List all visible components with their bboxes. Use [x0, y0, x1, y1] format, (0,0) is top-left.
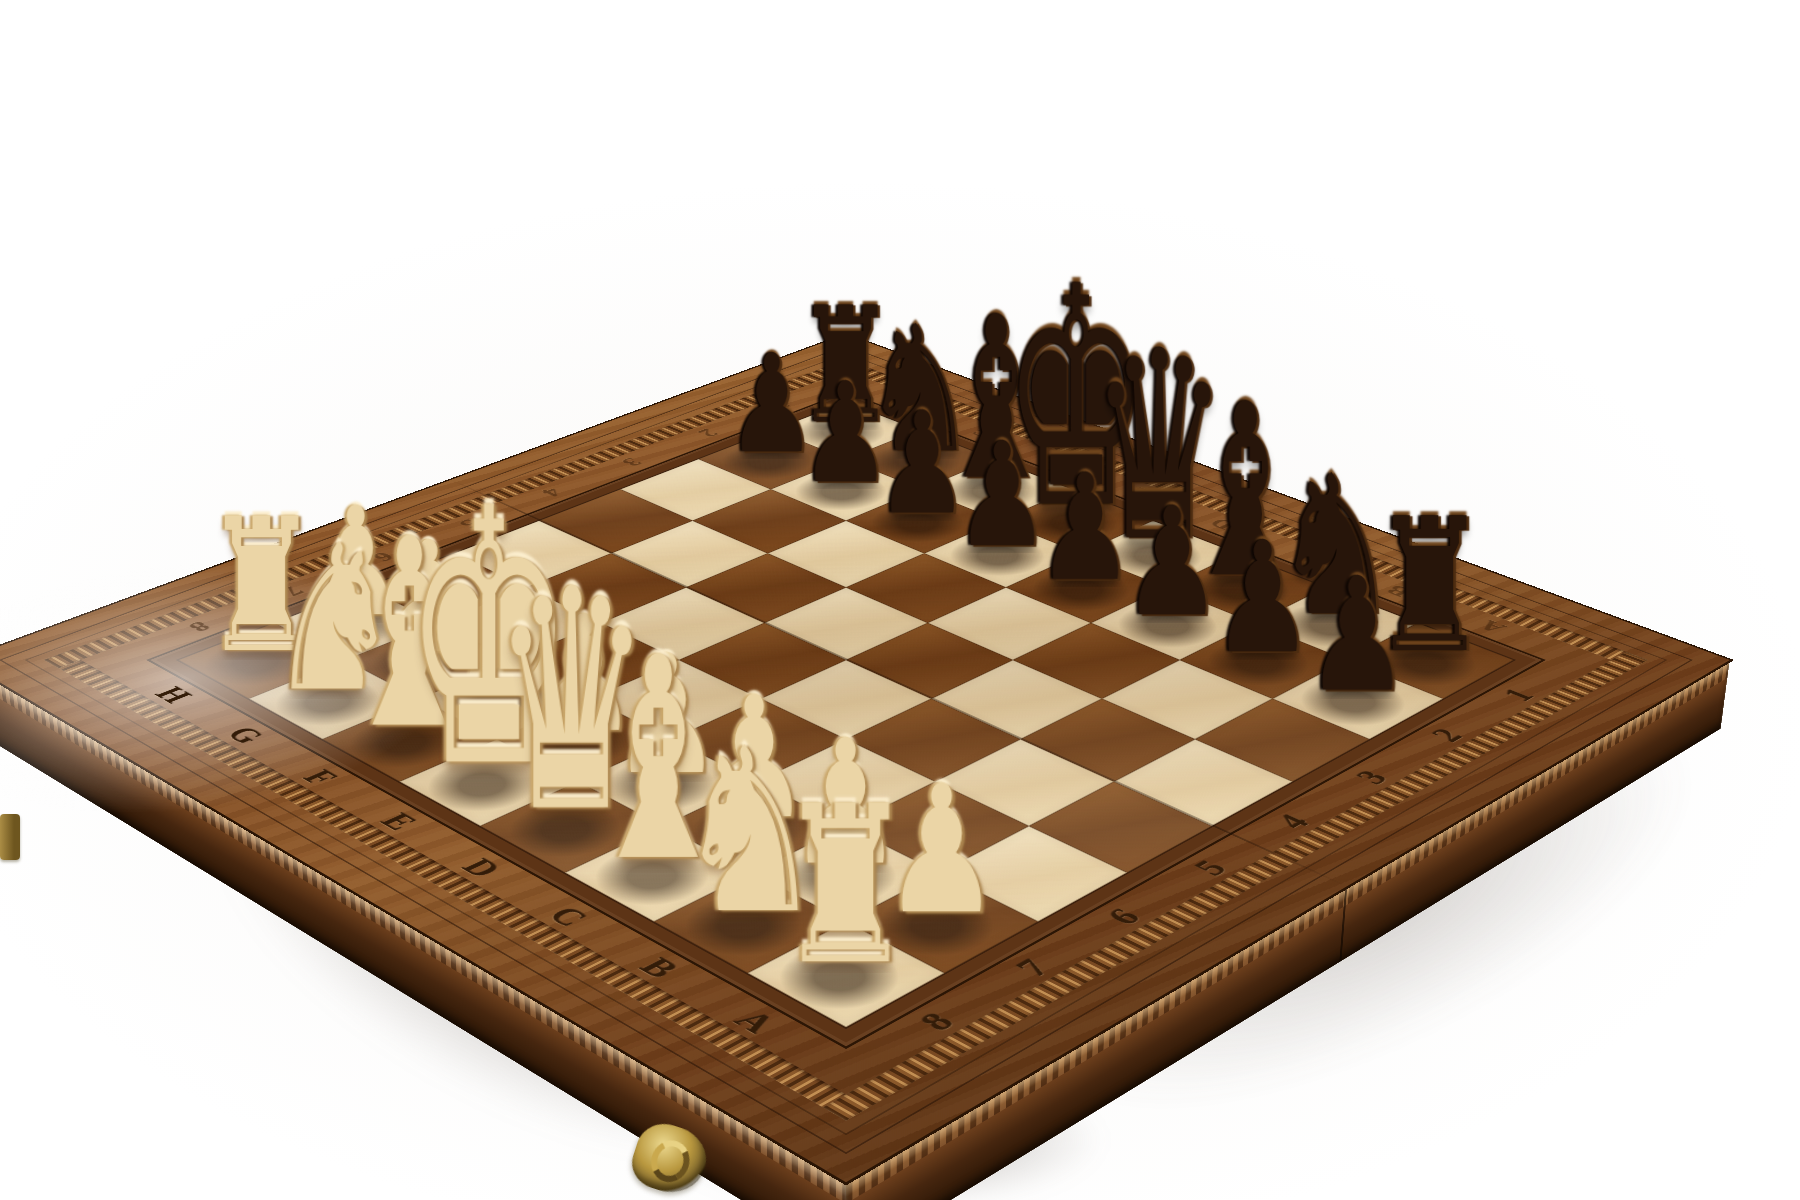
brass-hinge[interactable]	[0, 814, 20, 860]
studio-scene: HHGGFFEEDDCCBBAA1122334455667788 ♜♞♟♝♟♚♟…	[0, 0, 1800, 1200]
piece-black-pawn-a7[interactable]: ♟	[1225, 351, 1491, 699]
pawn-glyph: ♟	[1306, 573, 1411, 699]
fold-seam-side-notch	[1339, 886, 1347, 962]
piece-white-rook-a1[interactable]: ♜	[693, 572, 1000, 973]
rook-glyph: ♜	[777, 799, 915, 973]
